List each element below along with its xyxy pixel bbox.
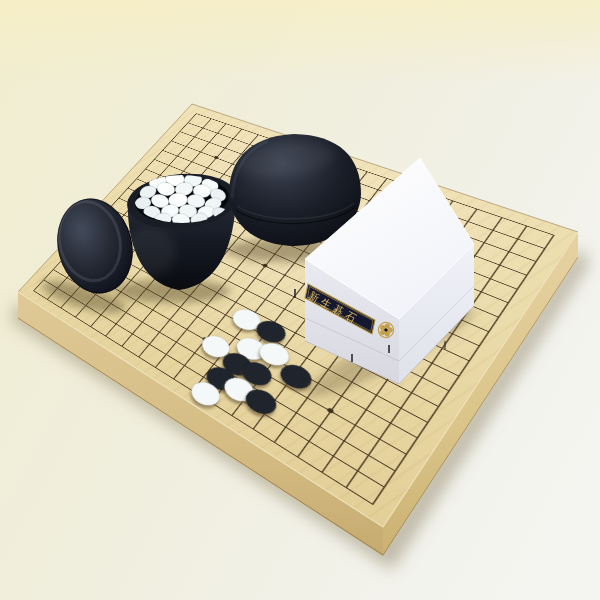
- photo-stage: ●●●●●●●●●●●●: [0, 0, 600, 600]
- objects-layer: 新生碁石: [0, 0, 600, 600]
- open-bowl: [124, 169, 239, 290]
